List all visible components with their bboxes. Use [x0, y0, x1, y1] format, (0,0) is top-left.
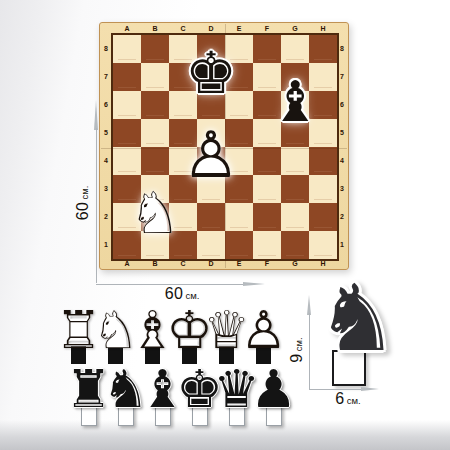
- file-label-h: H: [309, 24, 337, 33]
- chess-board: ABCDEFGH ABCDEFGH 87654321 87654321 ♚♝♟♙…: [99, 22, 349, 270]
- square-b6[interactable]: [141, 91, 169, 119]
- rank-label-5: 5: [101, 119, 111, 147]
- featured-black-knight: ♞: [316, 284, 382, 354]
- black-bishop-icon: ♝: [270, 69, 320, 134]
- white-pawn-icon: ♙: [182, 123, 239, 187]
- square-h1[interactable]: [309, 231, 337, 259]
- rank-label-2: 2: [101, 203, 111, 231]
- tray-black-pawn[interactable]: ♟: [255, 368, 292, 426]
- arrowhead-right-icon: [243, 282, 265, 286]
- tray-black-pieces: ♜♞♝♚♛♟: [70, 368, 292, 426]
- file-label-a: A: [113, 24, 141, 33]
- rank-label-7: 7: [101, 63, 111, 91]
- black-pawn-icon: ♟: [250, 368, 297, 410]
- file-label-f: F: [253, 24, 281, 33]
- piece-width-label: 6см.: [320, 390, 376, 408]
- rank-label-3: 3: [101, 175, 111, 203]
- rank-label-8: 8: [101, 35, 111, 63]
- square-a7[interactable]: [113, 63, 141, 91]
- square-g3[interactable]: [281, 175, 309, 203]
- file-label-e: E: [225, 24, 253, 33]
- product-image: ABCDEFGH ABCDEFGH 87654321 87654321 ♚♝♟♙…: [0, 0, 450, 450]
- square-a6[interactable]: [113, 91, 141, 119]
- square-g1[interactable]: [281, 231, 309, 259]
- rank-label-6: 6: [101, 91, 111, 119]
- tray-white-pieces: ♜♖♞♘♝♗♚♔♛♕♟♙: [60, 309, 282, 364]
- square-g8[interactable]: [281, 35, 309, 63]
- square-b5[interactable]: [141, 119, 169, 147]
- square-f8[interactable]: [253, 35, 281, 63]
- square-f4[interactable]: [253, 147, 281, 175]
- white-knight-icon: ♘: [129, 184, 181, 242]
- file-label-g: G: [281, 24, 309, 33]
- arrowhead-up-icon: [307, 295, 311, 315]
- square-b4[interactable]: [141, 147, 169, 175]
- file-label-d: D: [197, 24, 225, 33]
- square-h8[interactable]: [309, 35, 337, 63]
- black-knight-icon: ♞: [316, 284, 382, 354]
- square-a8[interactable]: [113, 35, 141, 63]
- tray-white-pawn[interactable]: ♟♙: [245, 309, 282, 364]
- square-b7[interactable]: [141, 63, 169, 91]
- board-height-dimension-line: [96, 128, 97, 283]
- square-h3[interactable]: [309, 175, 337, 203]
- square-g2[interactable]: [281, 203, 309, 231]
- square-h2[interactable]: [309, 203, 337, 231]
- arrowhead-up-icon: [94, 100, 98, 130]
- board-height-label: 60см.: [74, 178, 92, 228]
- file-label-b: B: [141, 24, 169, 33]
- white-pawn-icon: ♙: [240, 309, 287, 351]
- rank-label-4: 4: [101, 147, 111, 175]
- square-b8[interactable]: [141, 35, 169, 63]
- piece-white-pawn-d4[interactable]: ♟♙: [211, 175, 268, 239]
- piece-height-dimension-line: [309, 313, 310, 389]
- piece-black-bishop-g6[interactable]: ♝: [295, 119, 345, 175]
- square-a5[interactable]: [113, 119, 141, 147]
- file-label-c: C: [169, 24, 197, 33]
- black-king-icon: ♚: [185, 39, 237, 107]
- square-a4[interactable]: [113, 147, 141, 175]
- rank-label-1: 1: [101, 231, 111, 259]
- piece-white-knight-b2[interactable]: ♞♘: [155, 231, 207, 289]
